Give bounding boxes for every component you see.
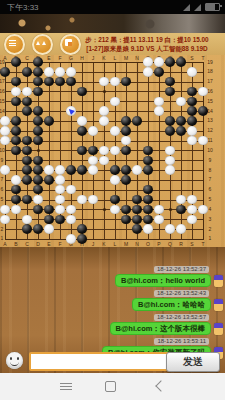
black-stone <box>22 97 32 106</box>
black-stone <box>22 106 32 115</box>
white-stone <box>187 126 197 135</box>
row-label: 10 <box>0 148 6 153</box>
white-stone <box>99 116 109 125</box>
white-stone <box>176 224 186 233</box>
black-stone <box>22 224 32 233</box>
row-label: 19 <box>0 60 6 65</box>
black-stone <box>132 215 142 224</box>
row-label: 17 <box>0 79 6 84</box>
send-button[interactable]: 发送 <box>166 352 220 372</box>
white-stone <box>143 224 153 233</box>
black-stone <box>143 146 153 155</box>
col-label: F <box>56 56 64 61</box>
row-label: 2 <box>0 227 6 232</box>
black-stone <box>33 57 43 66</box>
white-stone <box>165 146 175 155</box>
black-stone <box>165 87 175 96</box>
message-bubble: B@hi.com：hello world <box>115 274 211 287</box>
white-stone <box>11 205 21 214</box>
white-stone <box>55 165 65 174</box>
white-stone <box>0 116 10 125</box>
star-point <box>103 208 106 211</box>
white-stone <box>22 215 32 224</box>
black-stone <box>33 116 43 125</box>
signal2-icon <box>194 4 201 11</box>
black-stone <box>44 175 54 184</box>
black-stone <box>0 67 10 76</box>
black-stone <box>132 205 142 214</box>
row-label: 6 <box>206 187 214 192</box>
black-stone <box>132 116 142 125</box>
col-label: L <box>111 56 119 61</box>
row-label: 10 <box>206 148 214 153</box>
black-stone <box>176 57 186 66</box>
chat-message: 18-12-26 13:52:43B@hi.com：哈哈哈 <box>132 290 223 311</box>
black-stone <box>198 106 208 115</box>
col-label: J <box>89 56 97 61</box>
row-label: 17 <box>206 79 214 84</box>
black-stone <box>176 205 186 214</box>
black-stone <box>33 205 43 214</box>
black-stone <box>165 57 175 66</box>
emoji-button[interactable] <box>6 352 23 369</box>
black-stone <box>165 126 175 135</box>
black-stone <box>22 67 32 76</box>
black-stone <box>143 165 153 174</box>
message-timestamp: 18-12-26 13:52:43 <box>154 290 209 297</box>
black-stone <box>11 116 21 125</box>
status-bar: 下午3:33 <box>0 0 225 14</box>
message-timestamp: 18-12-26 13:53:11 <box>154 338 209 345</box>
black-stone <box>11 57 21 66</box>
white-stone <box>165 224 175 233</box>
black-stone <box>165 116 175 125</box>
menu-button[interactable] <box>4 34 25 55</box>
black-stone <box>77 146 87 155</box>
white-stone <box>88 165 98 174</box>
board-icon <box>65 39 72 46</box>
players-line: [1-27]原来是娘 9.1D VS 人工智能88 9.19D <box>72 44 222 53</box>
star-point <box>169 208 172 211</box>
white-stone <box>154 57 164 66</box>
row-label: 12 <box>206 128 214 133</box>
game-info: 步：212 黑：提11 13.11 19 白：提10 15.00 [1-27]原… <box>72 35 222 53</box>
white-stone <box>55 175 65 184</box>
row-label: 13 <box>206 118 214 123</box>
white-stone <box>66 234 76 243</box>
status-icons <box>183 3 220 11</box>
battery-icon <box>205 3 220 11</box>
chat-list: 18-12-26 13:52:37B@hi.com：hello world18-… <box>2 266 223 362</box>
black-stone <box>11 146 21 155</box>
white-stone <box>66 205 76 214</box>
go-board[interactable]: AABBCCDDEEFFGGHHJJKKLLMMNNOOPPQQRRSSTT19… <box>0 55 225 249</box>
row-label: 7 <box>206 177 214 182</box>
chat-message: 18-12-26 13:52:37B@hi.com：hello world <box>115 266 223 287</box>
black-stone <box>22 156 32 165</box>
white-stone <box>44 224 54 233</box>
black-stone <box>11 126 21 135</box>
white-stone <box>198 205 208 214</box>
white-stone <box>110 175 120 184</box>
col-label: M <box>122 56 130 61</box>
white-stone <box>143 67 153 76</box>
black-stone <box>187 97 197 106</box>
avatar <box>214 323 223 335</box>
white-stone <box>44 67 54 76</box>
black-stone <box>77 224 87 233</box>
black-stone <box>33 67 43 76</box>
white-stone <box>154 215 164 224</box>
black-stone <box>33 224 43 233</box>
black-stone <box>88 146 98 155</box>
row-label: 3 <box>206 217 214 222</box>
signal-icon <box>183 4 190 11</box>
move-capture-line: 步：212 黑：提11 13.11 19 白：提10 15.00 <box>72 35 222 44</box>
white-stone <box>0 215 10 224</box>
white-stone <box>0 205 10 214</box>
white-stone <box>99 146 109 155</box>
white-stone <box>88 126 98 135</box>
black-stone <box>33 126 43 135</box>
white-stone <box>198 136 208 145</box>
black-stone <box>121 165 131 174</box>
black-stone <box>77 126 87 135</box>
black-stone <box>154 67 164 76</box>
white-stone <box>154 97 164 106</box>
judge-button[interactable] <box>32 34 53 55</box>
row-label: 5 <box>206 197 214 202</box>
black-stone <box>44 116 54 125</box>
white-stone <box>55 205 65 214</box>
white-stone <box>44 165 54 174</box>
row-label: 1 <box>0 236 6 241</box>
black-stone <box>176 116 186 125</box>
black-stone <box>22 146 32 155</box>
black-stone <box>77 165 87 174</box>
white-stone <box>88 156 98 165</box>
chat-input[interactable] <box>29 352 169 371</box>
black-stone <box>143 215 153 224</box>
black-stone <box>121 175 131 184</box>
black-stone <box>176 126 186 135</box>
white-stone <box>110 205 120 214</box>
black-stone <box>33 175 43 184</box>
app-screen: 下午3:33 步：212 黑：提11 13.11 19 白：提10 15.00 … <box>0 0 225 400</box>
white-stone <box>55 67 65 76</box>
black-stone <box>33 165 43 174</box>
message-bubble: B@hi.com：这个版本很棒 <box>110 322 211 335</box>
row-label: 1 <box>206 236 214 241</box>
white-stone <box>22 87 32 96</box>
col-label: G <box>67 56 75 61</box>
white-stone <box>154 205 164 214</box>
row-label: 7 <box>0 177 6 182</box>
white-stone <box>66 67 76 76</box>
white-stone <box>66 215 76 224</box>
avatar <box>214 299 223 311</box>
android-nav-bar <box>0 373 225 400</box>
white-stone <box>11 87 21 96</box>
row-label: 16 <box>0 89 6 94</box>
black-stone <box>55 215 65 224</box>
black-stone <box>44 205 54 214</box>
message-bubble: B@hi.com：哈哈哈 <box>132 298 211 311</box>
row-label: 19 <box>206 60 214 65</box>
white-stone <box>187 205 197 214</box>
recents-icon[interactable] <box>60 383 72 390</box>
row-label: 6 <box>0 187 6 192</box>
black-stone <box>187 116 197 125</box>
white-stone <box>110 146 120 155</box>
white-stone <box>176 97 186 106</box>
white-stone <box>99 156 109 165</box>
white-stone <box>0 126 10 135</box>
clock: 下午3:33 <box>7 2 39 13</box>
col-label: C <box>23 56 31 61</box>
black-stone <box>187 87 197 96</box>
col-label: K <box>100 56 108 61</box>
black-stone <box>77 87 87 96</box>
black-stone <box>44 215 54 224</box>
black-stone <box>77 234 87 243</box>
white-stone <box>11 175 21 184</box>
white-stone <box>0 165 10 174</box>
avatar <box>214 275 223 287</box>
scale-icon <box>42 41 46 45</box>
white-stone <box>165 165 175 174</box>
black-stone <box>143 205 153 214</box>
row-label: 8 <box>206 168 214 173</box>
black-stone <box>22 165 32 174</box>
star-point <box>37 149 40 152</box>
white-stone <box>110 97 120 106</box>
black-stone <box>121 146 131 155</box>
chat-composer: 发送 <box>0 352 225 370</box>
back-icon[interactable] <box>155 380 166 391</box>
col-label: N <box>133 56 141 61</box>
black-stone <box>121 116 131 125</box>
black-stone <box>132 224 142 233</box>
row-label: 15 <box>206 99 214 104</box>
black-stone <box>121 215 131 224</box>
black-stone <box>110 165 120 174</box>
row-label: 9 <box>0 158 6 163</box>
row-label: 14 <box>0 109 6 114</box>
black-stone <box>121 126 131 135</box>
white-stone <box>165 156 175 165</box>
white-stone <box>77 116 87 125</box>
white-stone <box>132 165 142 174</box>
black-stone <box>121 205 131 214</box>
row-label: 5 <box>0 197 6 202</box>
home-icon[interactable] <box>105 381 116 392</box>
scale-icon <box>36 41 40 45</box>
black-stone <box>33 156 43 165</box>
menu-icon <box>9 40 16 46</box>
white-stone <box>187 215 197 224</box>
smiley-icon <box>10 360 19 366</box>
col-label: H <box>78 56 86 61</box>
black-stone <box>66 165 76 174</box>
black-stone <box>143 156 153 165</box>
background-artwork <box>0 14 225 33</box>
black-stone <box>22 175 32 184</box>
chat-message: 18-12-26 13:52:57B@hi.com：这个版本很棒 <box>110 314 223 335</box>
black-stone <box>11 97 21 106</box>
black-stone <box>33 87 43 96</box>
black-stone <box>33 106 43 115</box>
game-header: 步：212 黑：提11 13.11 19 白：提10 15.00 [1-27]原… <box>0 33 225 55</box>
white-stone <box>99 106 109 115</box>
white-stone <box>143 57 153 66</box>
star-point <box>103 90 106 93</box>
white-stone <box>187 67 197 76</box>
white-stone <box>154 106 164 115</box>
col-label: E <box>45 56 53 61</box>
row-label: 2 <box>206 227 214 232</box>
col-label: S <box>188 56 196 61</box>
black-stone <box>187 106 197 115</box>
row-label: 18 <box>206 69 214 74</box>
row-label: 9 <box>206 158 214 163</box>
message-timestamp: 18-12-26 13:52:37 <box>154 266 209 273</box>
message-timestamp: 18-12-26 13:52:57 <box>154 314 209 321</box>
white-stone <box>110 126 120 135</box>
white-stone <box>198 87 208 96</box>
row-label: 15 <box>0 99 6 104</box>
